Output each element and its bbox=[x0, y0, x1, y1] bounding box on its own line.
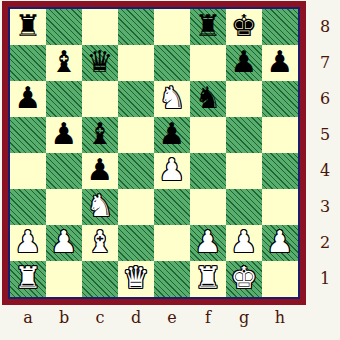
square-h7[interactable]: ♟ bbox=[262, 45, 298, 81]
file-label-a: a bbox=[10, 305, 46, 331]
square-a5[interactable] bbox=[10, 117, 46, 153]
piece-black-pawn: ♟ bbox=[15, 81, 42, 116]
piece-black-bishop: ♝ bbox=[51, 45, 78, 80]
rank-label-4: 4 bbox=[312, 153, 338, 189]
chess-board: ♜♜♚♝♛♟♟♟♞♞♟♝♟♟♟♞♟♟♝♟♟♟♜♛♜♚ bbox=[10, 9, 298, 297]
square-a8[interactable]: ♜ bbox=[10, 9, 46, 45]
square-d4[interactable] bbox=[118, 153, 154, 189]
square-h1[interactable] bbox=[262, 261, 298, 297]
square-b7[interactable]: ♝ bbox=[46, 45, 82, 81]
square-f1[interactable]: ♜ bbox=[190, 261, 226, 297]
piece-white-knight: ♞ bbox=[87, 189, 114, 224]
piece-black-queen: ♛ bbox=[87, 45, 114, 80]
square-c8[interactable] bbox=[82, 9, 118, 45]
rank-label-2: 2 bbox=[312, 225, 338, 261]
square-d7[interactable] bbox=[118, 45, 154, 81]
square-b2[interactable]: ♟ bbox=[46, 225, 82, 261]
square-f7[interactable] bbox=[190, 45, 226, 81]
square-b1[interactable] bbox=[46, 261, 82, 297]
square-d2[interactable] bbox=[118, 225, 154, 261]
square-e4[interactable]: ♟ bbox=[154, 153, 190, 189]
square-f4[interactable] bbox=[190, 153, 226, 189]
square-c5[interactable]: ♝ bbox=[82, 117, 118, 153]
square-c4[interactable]: ♟ bbox=[82, 153, 118, 189]
square-a3[interactable] bbox=[10, 189, 46, 225]
chess-app: ♜♜♚♝♛♟♟♟♞♞♟♝♟♟♟♞♟♟♝♟♟♟♜♛♜♚ 87654321 abcd… bbox=[0, 0, 340, 340]
square-a1[interactable]: ♜ bbox=[10, 261, 46, 297]
piece-white-king: ♚ bbox=[231, 261, 258, 296]
piece-white-rook: ♜ bbox=[195, 261, 222, 296]
square-f6[interactable]: ♞ bbox=[190, 81, 226, 117]
square-g7[interactable]: ♟ bbox=[226, 45, 262, 81]
file-label-b: b bbox=[46, 305, 82, 331]
square-b6[interactable] bbox=[46, 81, 82, 117]
piece-white-bishop: ♝ bbox=[87, 225, 114, 260]
piece-white-knight: ♞ bbox=[159, 81, 186, 116]
square-e3[interactable] bbox=[154, 189, 190, 225]
square-e6[interactable]: ♞ bbox=[154, 81, 190, 117]
piece-black-pawn: ♟ bbox=[51, 117, 78, 152]
board-frame: ♜♜♚♝♛♟♟♟♞♞♟♝♟♟♟♞♟♟♝♟♟♟♜♛♜♚ bbox=[2, 1, 306, 305]
square-h5[interactable] bbox=[262, 117, 298, 153]
square-e2[interactable] bbox=[154, 225, 190, 261]
piece-white-pawn: ♟ bbox=[51, 225, 78, 260]
piece-white-pawn: ♟ bbox=[267, 225, 294, 260]
square-c2[interactable]: ♝ bbox=[82, 225, 118, 261]
piece-black-pawn: ♟ bbox=[87, 153, 114, 188]
square-b8[interactable] bbox=[46, 9, 82, 45]
piece-black-king: ♚ bbox=[231, 9, 258, 44]
file-label-d: d bbox=[118, 305, 154, 331]
piece-black-bishop: ♝ bbox=[87, 117, 114, 152]
piece-black-knight: ♞ bbox=[195, 81, 222, 116]
rank-labels: 87654321 bbox=[312, 1, 338, 297]
square-g6[interactable] bbox=[226, 81, 262, 117]
rank-label-8: 8 bbox=[312, 9, 338, 45]
square-e5[interactable]: ♟ bbox=[154, 117, 190, 153]
piece-white-pawn: ♟ bbox=[159, 153, 186, 188]
piece-white-pawn: ♟ bbox=[231, 225, 258, 260]
square-e1[interactable] bbox=[154, 261, 190, 297]
rank-label-7: 7 bbox=[312, 45, 338, 81]
square-d3[interactable] bbox=[118, 189, 154, 225]
square-d5[interactable] bbox=[118, 117, 154, 153]
piece-black-rook: ♜ bbox=[15, 9, 42, 44]
square-d8[interactable] bbox=[118, 9, 154, 45]
file-label-h: h bbox=[262, 305, 298, 331]
square-f2[interactable]: ♟ bbox=[190, 225, 226, 261]
square-c3[interactable]: ♞ bbox=[82, 189, 118, 225]
square-a4[interactable] bbox=[10, 153, 46, 189]
square-g3[interactable] bbox=[226, 189, 262, 225]
square-b3[interactable] bbox=[46, 189, 82, 225]
piece-white-pawn: ♟ bbox=[195, 225, 222, 260]
piece-white-rook: ♜ bbox=[15, 261, 42, 296]
square-f3[interactable] bbox=[190, 189, 226, 225]
file-label-c: c bbox=[82, 305, 118, 331]
square-g8[interactable]: ♚ bbox=[226, 9, 262, 45]
file-label-f: f bbox=[190, 305, 226, 331]
piece-black-rook: ♜ bbox=[195, 9, 222, 44]
board-inner-border: ♜♜♚♝♛♟♟♟♞♞♟♝♟♟♟♞♟♟♝♟♟♟♜♛♜♚ bbox=[8, 7, 300, 299]
square-a6[interactable]: ♟ bbox=[10, 81, 46, 117]
square-a2[interactable]: ♟ bbox=[10, 225, 46, 261]
square-d6[interactable] bbox=[118, 81, 154, 117]
piece-black-pawn: ♟ bbox=[231, 45, 258, 80]
square-h6[interactable] bbox=[262, 81, 298, 117]
square-f5[interactable] bbox=[190, 117, 226, 153]
piece-white-pawn: ♟ bbox=[15, 225, 42, 260]
square-g2[interactable]: ♟ bbox=[226, 225, 262, 261]
square-d1[interactable]: ♛ bbox=[118, 261, 154, 297]
file-label-e: e bbox=[154, 305, 190, 331]
file-labels: abcdefgh bbox=[2, 305, 298, 331]
piece-black-pawn: ♟ bbox=[159, 117, 186, 152]
rank-label-3: 3 bbox=[312, 189, 338, 225]
rank-label-1: 1 bbox=[312, 261, 338, 297]
square-e8[interactable] bbox=[154, 9, 190, 45]
square-g4[interactable] bbox=[226, 153, 262, 189]
square-h2[interactable]: ♟ bbox=[262, 225, 298, 261]
square-c7[interactable]: ♛ bbox=[82, 45, 118, 81]
square-f8[interactable]: ♜ bbox=[190, 9, 226, 45]
square-h4[interactable] bbox=[262, 153, 298, 189]
square-c1[interactable] bbox=[82, 261, 118, 297]
piece-black-pawn: ♟ bbox=[267, 45, 294, 80]
square-h8[interactable] bbox=[262, 9, 298, 45]
square-b4[interactable] bbox=[46, 153, 82, 189]
rank-label-5: 5 bbox=[312, 117, 338, 153]
rank-label-6: 6 bbox=[312, 81, 338, 117]
file-label-g: g bbox=[226, 305, 262, 331]
square-h3[interactable] bbox=[262, 189, 298, 225]
square-c6[interactable] bbox=[82, 81, 118, 117]
square-a7[interactable] bbox=[10, 45, 46, 81]
square-g5[interactable] bbox=[226, 117, 262, 153]
square-g1[interactable]: ♚ bbox=[226, 261, 262, 297]
square-b5[interactable]: ♟ bbox=[46, 117, 82, 153]
piece-white-queen: ♛ bbox=[123, 261, 150, 296]
square-e7[interactable] bbox=[154, 45, 190, 81]
